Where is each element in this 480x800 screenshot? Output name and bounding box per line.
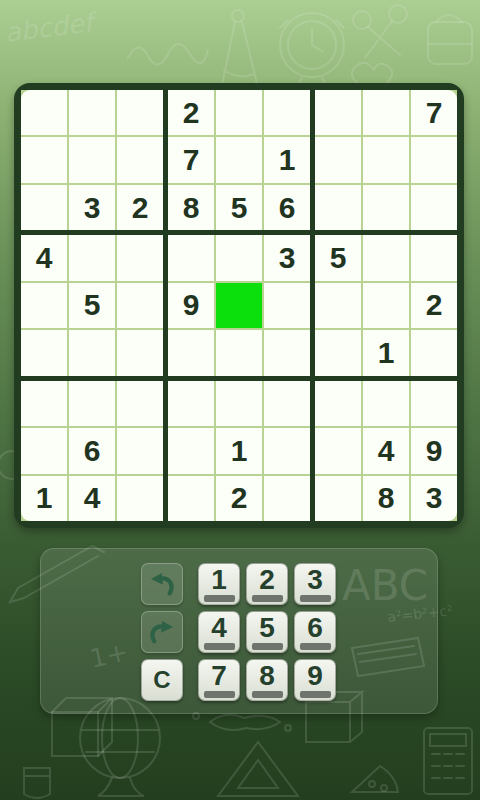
sudoku-cell-r6c2[interactable] [69, 330, 115, 375]
number-button-digit: 7 [211, 662, 227, 690]
sudoku-cell-r4c3[interactable] [117, 235, 163, 280]
sudoku-cell-r8c4[interactable] [168, 428, 214, 473]
number-button-digit: 3 [307, 566, 323, 594]
sudoku-cell-r8c3[interactable] [117, 428, 163, 473]
sudoku-cell-r7c8[interactable] [363, 381, 409, 426]
sudoku-cell-r3c5[interactable]: 5 [216, 185, 262, 230]
redo-arrow-icon [145, 615, 179, 649]
sudoku-cell-r9c5[interactable]: 2 [216, 476, 262, 521]
board-block-8: 12 [168, 381, 310, 521]
number-pad: 123456789 [198, 563, 336, 701]
number-button-underline [204, 595, 235, 602]
sudoku-cell-r5c3[interactable] [117, 283, 163, 328]
sudoku-cell-r9c3[interactable] [117, 476, 163, 521]
doodle-school-bag [428, 15, 472, 64]
doodle-set-square [218, 742, 298, 796]
undo-arrow-icon [145, 567, 179, 601]
sudoku-cell-r5c4[interactable]: 9 [168, 283, 214, 328]
sudoku-cell-r9c9[interactable]: 3 [411, 476, 457, 521]
doodle-ink-splat [193, 713, 291, 731]
board-block-3: 7 [315, 90, 457, 230]
sudoku-cell-r7c9[interactable] [411, 381, 457, 426]
sudoku-cell-r5c7[interactable] [315, 283, 361, 328]
sudoku-cell-r4c6[interactable]: 3 [264, 235, 310, 280]
sudoku-cell-r4c2[interactable] [69, 235, 115, 280]
sudoku-cell-r5c2[interactable]: 5 [69, 283, 115, 328]
doodle-pizza-slice [352, 766, 398, 792]
number-button-digit: 6 [307, 614, 323, 642]
board-block-9: 4983 [315, 381, 457, 521]
board-block-7: 614 [21, 381, 163, 521]
number-button-5[interactable]: 5 [246, 611, 288, 653]
undo-button[interactable] [141, 563, 183, 605]
sudoku-cell-r9c1[interactable]: 1 [21, 476, 67, 521]
sudoku-cell-r6c5[interactable] [216, 330, 262, 375]
sudoku-cell-r7c4[interactable] [168, 381, 214, 426]
board-block-2: 271856 [168, 90, 310, 230]
board-block-4: 45 [21, 235, 163, 375]
sudoku-cell-r5c8[interactable] [363, 283, 409, 328]
sudoku-cell-r9c8[interactable]: 8 [363, 476, 409, 521]
clear-button[interactable]: C [141, 659, 183, 701]
sudoku-cell-r7c7[interactable] [315, 381, 361, 426]
sudoku-cell-r4c7[interactable]: 5 [315, 235, 361, 280]
doodle-calculator [424, 728, 472, 794]
number-button-digit: 2 [259, 566, 275, 594]
sudoku-cell-r8c7[interactable] [315, 428, 361, 473]
redo-button[interactable] [141, 611, 183, 653]
sudoku-cell-r3c9[interactable] [411, 185, 457, 230]
sudoku-cell-r8c5[interactable]: 1 [216, 428, 262, 473]
doodle-alarm-clock [280, 13, 344, 87]
sudoku-cell-r7c3[interactable] [117, 381, 163, 426]
doodle-beaker [24, 768, 50, 798]
sudoku-cell-r9c7[interactable] [315, 476, 361, 521]
sudoku-cell-r6c8[interactable]: 1 [363, 330, 409, 375]
sudoku-cell-r7c6[interactable] [264, 381, 310, 426]
edit-buttons-column: C [141, 563, 183, 701]
sudoku-cell-r9c4[interactable] [168, 476, 214, 521]
sudoku-cell-r4c8[interactable] [363, 235, 409, 280]
sudoku-cell-r1c9[interactable]: 7 [411, 90, 457, 135]
number-button-underline [204, 643, 235, 650]
sudoku-cell-r6c7[interactable] [315, 330, 361, 375]
sudoku-cell-r8c1[interactable] [21, 428, 67, 473]
board-block-6: 521 [315, 235, 457, 375]
sudoku-cell-r3c1[interactable] [21, 185, 67, 230]
sudoku-cell-r9c2[interactable]: 4 [69, 476, 115, 521]
sudoku-cell-r8c2[interactable]: 6 [69, 428, 115, 473]
sudoku-cell-r3c2[interactable]: 3 [69, 185, 115, 230]
number-button-underline [300, 595, 331, 602]
sudoku-cell-r9c6[interactable] [264, 476, 310, 521]
sudoku-cell-r2c6[interactable]: 1 [264, 137, 310, 182]
number-button-underline [252, 595, 283, 602]
sudoku-cell-r5c1[interactable] [21, 283, 67, 328]
board-block-5: 39 [168, 235, 310, 375]
sudoku-cell-r1c7[interactable] [315, 90, 361, 135]
number-button-7[interactable]: 7 [198, 659, 240, 701]
sudoku-cell-r1c4[interactable]: 2 [168, 90, 214, 135]
number-button-1[interactable]: 1 [198, 563, 240, 605]
sudoku-cell-r8c8[interactable]: 4 [363, 428, 409, 473]
sudoku-cell-r4c9[interactable] [411, 235, 457, 280]
sudoku-cell-r2c5[interactable] [216, 137, 262, 182]
sudoku-cell-r2c2[interactable] [69, 137, 115, 182]
sudoku-cell-r2c7[interactable] [315, 137, 361, 182]
sudoku-cell-r1c5[interactable] [216, 90, 262, 135]
number-button-6[interactable]: 6 [294, 611, 336, 653]
number-button-underline [252, 691, 283, 698]
sudoku-cell-r1c1[interactable] [21, 90, 67, 135]
sudoku-cell-r4c1[interactable]: 4 [21, 235, 67, 280]
sudoku-cell-r1c6[interactable] [264, 90, 310, 135]
sudoku-cell-r2c4[interactable]: 7 [168, 137, 214, 182]
sudoku-cell-r6c4[interactable] [168, 330, 214, 375]
control-panel: C 123456789 [40, 548, 438, 714]
sudoku-cell-r5c9[interactable]: 2 [411, 283, 457, 328]
sudoku-cell-r8c6[interactable] [264, 428, 310, 473]
sudoku-cell-r3c6[interactable]: 6 [264, 185, 310, 230]
sudoku-cell-r7c5[interactable] [216, 381, 262, 426]
number-button-digit: 9 [307, 662, 323, 690]
sudoku-cell-r1c2[interactable] [69, 90, 115, 135]
number-button-digit: 8 [259, 662, 275, 690]
sudoku-cell-r1c8[interactable] [363, 90, 409, 135]
sudoku-cell-r4c4[interactable] [168, 235, 214, 280]
sudoku-cell-r3c3[interactable]: 2 [117, 185, 163, 230]
doodle-scissors [353, 5, 407, 58]
app-screen: abcdef 1+ ABC a²=b²+c² [0, 0, 480, 800]
number-button-underline [252, 643, 283, 650]
sudoku-cell-r2c8[interactable] [363, 137, 409, 182]
number-button-4[interactable]: 4 [198, 611, 240, 653]
sudoku-cell-r6c9[interactable] [411, 330, 457, 375]
sudoku-cell-r3c7[interactable] [315, 185, 361, 230]
number-button-underline [300, 643, 331, 650]
sudoku-cell-r6c6[interactable] [264, 330, 310, 375]
sudoku-board: 3227185674539521614124983 [14, 83, 464, 528]
number-button-underline [204, 691, 235, 698]
number-button-8[interactable]: 8 [246, 659, 288, 701]
sudoku-cell-r8c9[interactable]: 9 [411, 428, 457, 473]
keypad: C 123456789 [141, 563, 336, 701]
doodle-letters-abcdef: abcdef [3, 7, 100, 48]
sudoku-cell-r5c5[interactable] [216, 283, 262, 328]
sudoku-cell-r1c3[interactable] [117, 90, 163, 135]
sudoku-cell-r4c5[interactable] [216, 235, 262, 280]
board-block-1: 32 [21, 90, 163, 230]
sudoku-cell-r7c2[interactable] [69, 381, 115, 426]
number-button-underline [300, 691, 331, 698]
sudoku-cell-r2c3[interactable] [117, 137, 163, 182]
sudoku-cell-r6c1[interactable] [21, 330, 67, 375]
number-button-2[interactable]: 2 [246, 563, 288, 605]
number-button-9[interactable]: 9 [294, 659, 336, 701]
sudoku-cell-r2c9[interactable] [411, 137, 457, 182]
doodle-squiggle [128, 44, 208, 65]
sudoku-cell-r3c4[interactable]: 8 [168, 185, 214, 230]
sudoku-cell-r2c1[interactable] [21, 137, 67, 182]
sudoku-cell-r7c1[interactable] [21, 381, 67, 426]
number-button-digit: 4 [211, 614, 227, 642]
number-button-3[interactable]: 3 [294, 563, 336, 605]
number-button-digit: 1 [211, 566, 227, 594]
sudoku-cell-r6c3[interactable] [117, 330, 163, 375]
sudoku-cell-r3c8[interactable] [363, 185, 409, 230]
sudoku-cell-r5c6[interactable] [264, 283, 310, 328]
number-button-digit: 5 [259, 614, 275, 642]
